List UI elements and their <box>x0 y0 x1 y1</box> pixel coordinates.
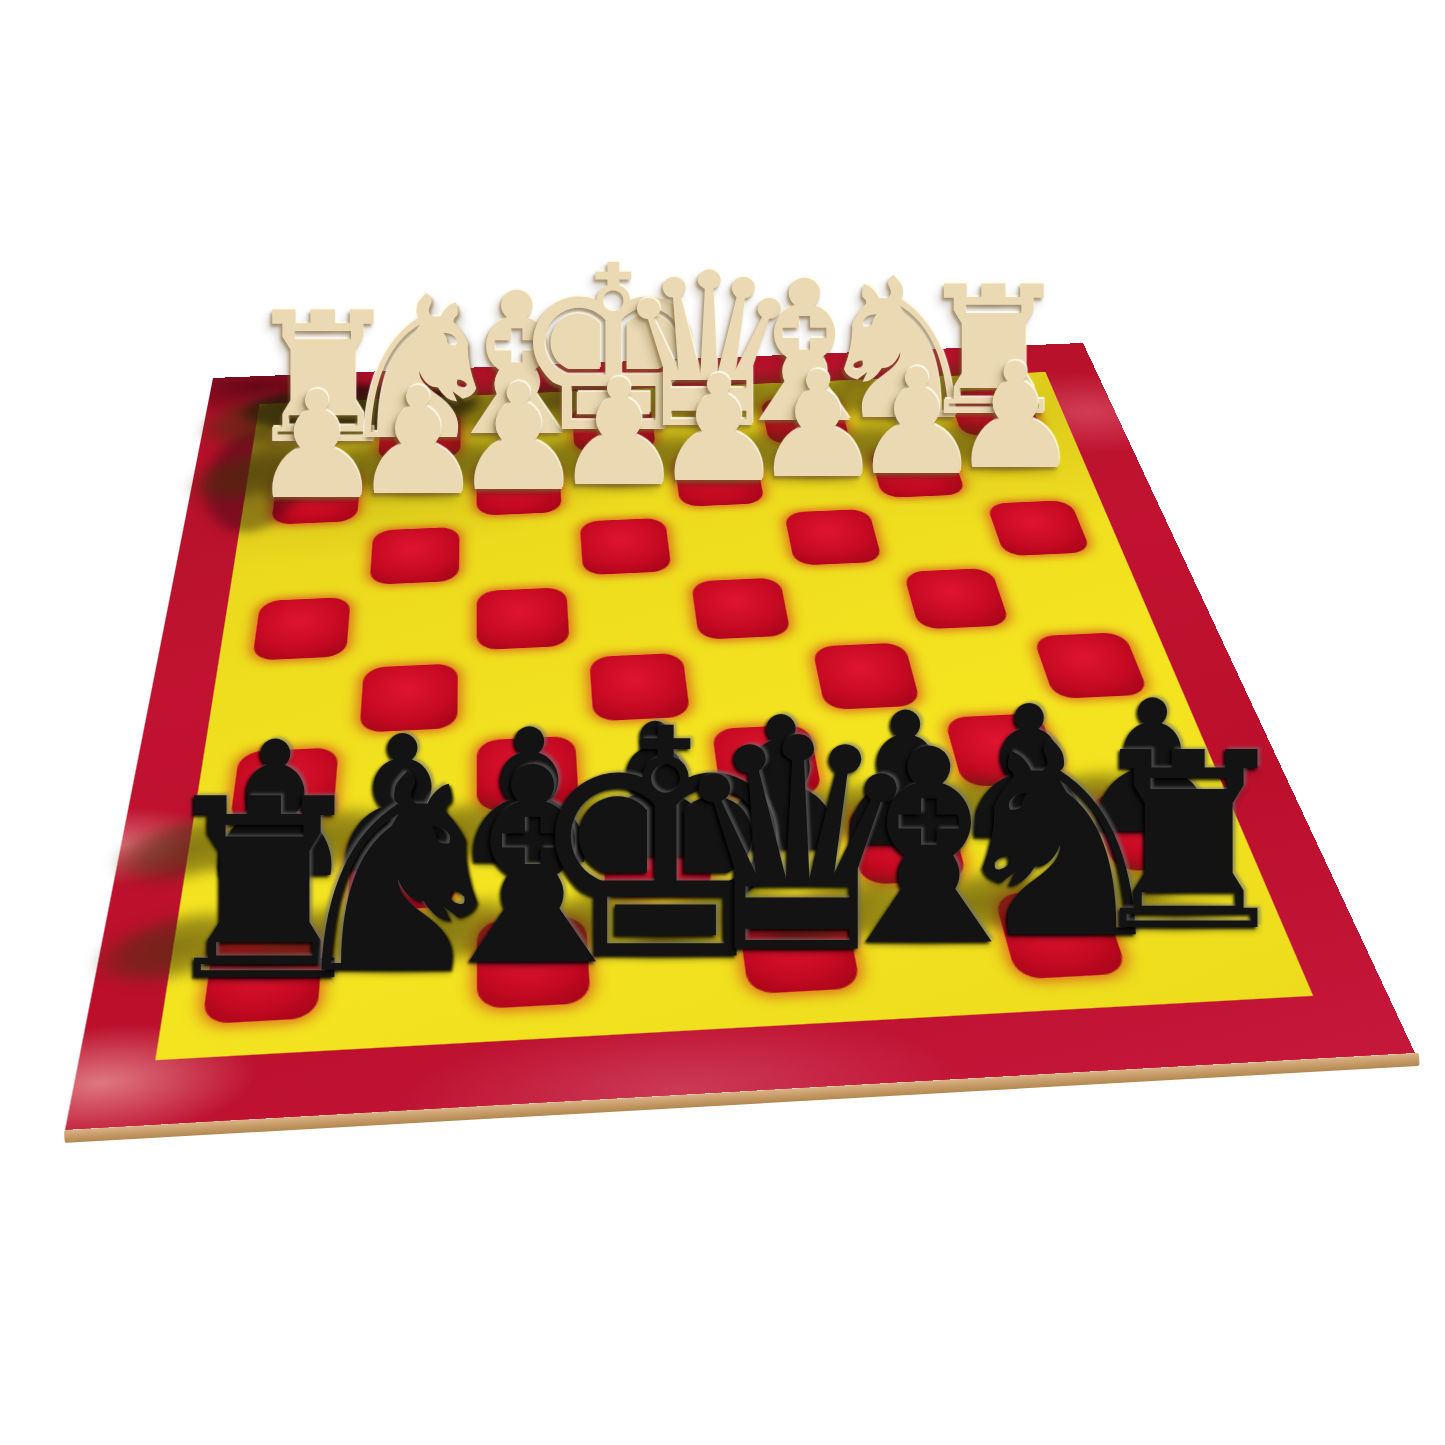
piece-layer: ♜♞♝♚♛♝♞♜♟♟♟♟♟♟♟♟♟♟♟♟♟♟♟♟♜♞♝♚♛♝♞♜ <box>0 0 1445 1445</box>
piece-black-rook-a8: ♜ <box>1080 721 1299 965</box>
photo-stage: ♜♞♝♚♛♝♞♜♟♟♟♟♟♟♟♟♟♟♟♟♟♟♟♟♜♞♝♚♛♝♞♜ <box>0 0 1445 1445</box>
piece-white-pawn-a2: ♟ <box>950 345 1081 491</box>
